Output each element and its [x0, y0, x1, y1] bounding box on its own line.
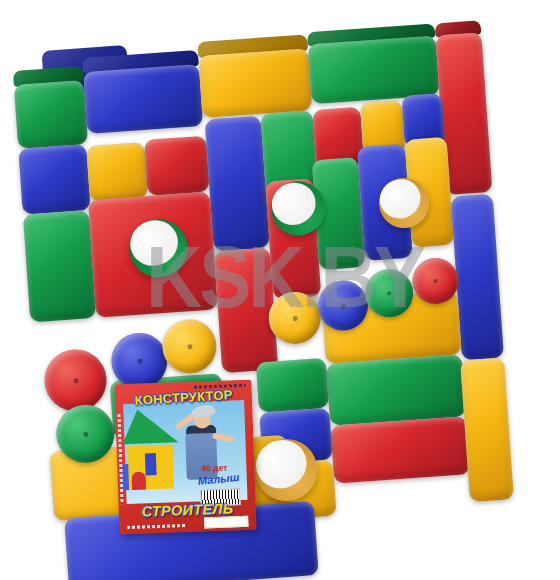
cylinder-center-dimple — [187, 344, 192, 349]
label-house-window — [145, 453, 157, 475]
block-green-29 — [326, 354, 466, 425]
block-yellow-8 — [198, 48, 312, 118]
block-red-13 — [144, 136, 210, 196]
label-house-blocks — [127, 444, 175, 490]
product-label: КОНСТРУКТОР 40 дет Малыш СТРОИТЕЛЬ — [114, 380, 256, 535]
cylinder-center-dimple — [83, 431, 89, 437]
label-house-arch — [131, 471, 146, 489]
label-date-box — [204, 516, 248, 529]
label-bottom-microtext — [127, 524, 185, 529]
block-yellow-31 — [460, 357, 514, 502]
block-green-32 — [256, 358, 329, 413]
block-blue-11 — [18, 144, 90, 215]
block-blue-7 — [83, 64, 203, 134]
block-yellow-12 — [86, 142, 148, 202]
block-red-30 — [330, 416, 470, 483]
cylinder-center-dimple — [137, 358, 142, 363]
block-green-6 — [14, 80, 88, 149]
cyl-red-37 — [42, 347, 108, 413]
block-green-19 — [23, 210, 96, 322]
label-house-roof — [121, 408, 178, 444]
site-watermark: KSK.BY — [146, 233, 423, 320]
cylinder-center-dimple — [434, 279, 438, 283]
product-photo-scene: KSK.BY КОНСТРУКТОР 40 дет Малыш СТРОИТЕЛ… — [0, 0, 560, 580]
cylinder-center-dimple — [73, 378, 79, 384]
